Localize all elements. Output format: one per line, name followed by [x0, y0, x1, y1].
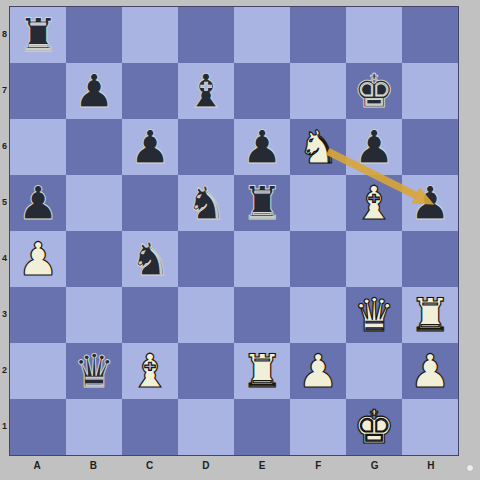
square-h4[interactable]	[402, 231, 458, 287]
white-pawn: ♟	[297, 348, 338, 394]
file-label: A	[9, 457, 65, 475]
black-knight: ♞	[185, 180, 226, 226]
black-bishop: ♝	[185, 68, 226, 114]
black-rook: ♜	[241, 180, 282, 226]
square-d2[interactable]	[178, 343, 234, 399]
square-a5[interactable]: ♟	[10, 175, 66, 231]
black-knight: ♞	[129, 236, 170, 282]
square-g6[interactable]: ♟	[346, 119, 402, 175]
file-label: G	[347, 457, 403, 475]
white-knight: ♞	[297, 124, 338, 170]
file-label: E	[234, 457, 290, 475]
square-f1[interactable]	[290, 399, 346, 455]
square-h3[interactable]: ♜	[402, 287, 458, 343]
square-h8[interactable]	[402, 7, 458, 63]
rank-label: 4	[0, 230, 9, 286]
rank-label: 5	[0, 174, 9, 230]
chess-board: ♜♟♝♚♟♟♞♟♟♞♜♝♟♟♞♛♜♛♝♜♟♟♚	[9, 6, 459, 456]
square-b1[interactable]	[66, 399, 122, 455]
square-e2[interactable]: ♜	[234, 343, 290, 399]
square-a2[interactable]	[10, 343, 66, 399]
square-c1[interactable]	[122, 399, 178, 455]
black-pawn: ♟	[353, 124, 394, 170]
square-e7[interactable]	[234, 63, 290, 119]
black-pawn: ♟	[129, 124, 170, 170]
rank-label: 8	[0, 6, 9, 62]
white-king: ♚	[353, 404, 394, 450]
rank-labels: 8 7 6 5 4 3 2 1	[0, 6, 9, 454]
square-e3[interactable]	[234, 287, 290, 343]
square-a7[interactable]	[10, 63, 66, 119]
square-g7[interactable]: ♚	[346, 63, 402, 119]
square-b6[interactable]	[66, 119, 122, 175]
square-e5[interactable]: ♜	[234, 175, 290, 231]
square-c4[interactable]: ♞	[122, 231, 178, 287]
rank-label: 1	[0, 398, 9, 454]
square-g4[interactable]	[346, 231, 402, 287]
rank-label: 2	[0, 342, 9, 398]
white-bishop: ♝	[353, 180, 394, 226]
rank-label: 7	[0, 62, 9, 118]
square-f8[interactable]	[290, 7, 346, 63]
file-labels: A B C D E F G H	[9, 457, 459, 475]
black-pawn: ♟	[241, 124, 282, 170]
chess-board-window: 8 7 6 5 4 3 2 1 ♜♟♝♚♟♟♞♟♟♞♜♝♟♟♞♛♜♛♝♜♟♟♚ …	[0, 0, 480, 480]
square-c6[interactable]: ♟	[122, 119, 178, 175]
square-d1[interactable]	[178, 399, 234, 455]
square-c8[interactable]	[122, 7, 178, 63]
black-queen: ♛	[73, 348, 114, 394]
square-d5[interactable]: ♞	[178, 175, 234, 231]
square-c2[interactable]: ♝	[122, 343, 178, 399]
square-g5[interactable]: ♝	[346, 175, 402, 231]
square-d3[interactable]	[178, 287, 234, 343]
square-b2[interactable]: ♛	[66, 343, 122, 399]
square-b7[interactable]: ♟	[66, 63, 122, 119]
square-a3[interactable]	[10, 287, 66, 343]
black-pawn: ♟	[17, 180, 58, 226]
square-g2[interactable]	[346, 343, 402, 399]
white-rook: ♜	[409, 292, 450, 338]
square-f2[interactable]: ♟	[290, 343, 346, 399]
square-b4[interactable]	[66, 231, 122, 287]
square-h1[interactable]	[402, 399, 458, 455]
square-b3[interactable]	[66, 287, 122, 343]
square-d4[interactable]	[178, 231, 234, 287]
square-g1[interactable]: ♚	[346, 399, 402, 455]
file-label: F	[290, 457, 346, 475]
black-rook: ♜	[17, 12, 58, 58]
square-b8[interactable]	[66, 7, 122, 63]
white-queen: ♛	[353, 292, 394, 338]
rank-label: 3	[0, 286, 9, 342]
square-h2[interactable]: ♟	[402, 343, 458, 399]
black-pawn: ♟	[73, 68, 114, 114]
file-label: D	[178, 457, 234, 475]
square-f5[interactable]	[290, 175, 346, 231]
file-label: H	[403, 457, 459, 475]
rank-label: 6	[0, 118, 9, 174]
square-f7[interactable]	[290, 63, 346, 119]
square-c3[interactable]	[122, 287, 178, 343]
white-pawn: ♟	[409, 348, 450, 394]
white-bishop: ♝	[129, 348, 170, 394]
square-e6[interactable]: ♟	[234, 119, 290, 175]
resize-grip-dot	[467, 465, 473, 471]
square-d7[interactable]: ♝	[178, 63, 234, 119]
square-c7[interactable]	[122, 63, 178, 119]
square-e4[interactable]	[234, 231, 290, 287]
file-label: C	[122, 457, 178, 475]
black-king: ♚	[353, 68, 394, 114]
square-h5[interactable]: ♟	[402, 175, 458, 231]
square-c5[interactable]	[122, 175, 178, 231]
square-g3[interactable]: ♛	[346, 287, 402, 343]
file-label: B	[65, 457, 121, 475]
white-rook: ♜	[241, 348, 282, 394]
square-d6[interactable]	[178, 119, 234, 175]
square-h7[interactable]	[402, 63, 458, 119]
square-e1[interactable]	[234, 399, 290, 455]
square-h6[interactable]	[402, 119, 458, 175]
square-a1[interactable]	[10, 399, 66, 455]
square-a8[interactable]: ♜	[10, 7, 66, 63]
square-e8[interactable]	[234, 7, 290, 63]
square-a4[interactable]: ♟	[10, 231, 66, 287]
square-g8[interactable]	[346, 7, 402, 63]
square-f4[interactable]	[290, 231, 346, 287]
black-pawn: ♟	[409, 180, 450, 226]
white-pawn: ♟	[17, 236, 58, 282]
square-d8[interactable]	[178, 7, 234, 63]
square-f6[interactable]: ♞	[290, 119, 346, 175]
square-a6[interactable]	[10, 119, 66, 175]
square-f3[interactable]	[290, 287, 346, 343]
square-b5[interactable]	[66, 175, 122, 231]
